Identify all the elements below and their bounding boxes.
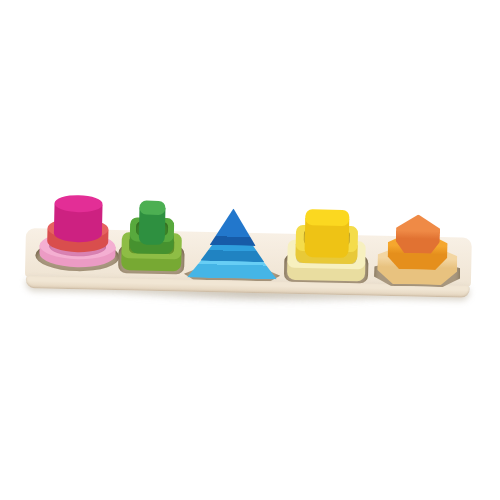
piece-orange-pentagon-small [396, 214, 441, 254]
stack-circle-pink [37, 166, 119, 268]
stack-pentagon-orange [375, 206, 461, 286]
top-face [139, 200, 165, 215]
cell-circle [31, 148, 126, 278]
stack-triangle-blue [185, 205, 281, 279]
product-photo-stage [0, 0, 500, 500]
cell-pentagon [367, 155, 470, 285]
stack-square-green [123, 170, 181, 271]
piece-blue-triangle-small [210, 208, 257, 246]
board-wells-grid [31, 148, 468, 285]
stack-square-yellow [286, 180, 368, 282]
piece-magenta-cylinder-small [54, 195, 103, 243]
cell-triangle [179, 151, 288, 281]
cell-square-yellow [285, 154, 370, 284]
cell-square-green [123, 150, 182, 279]
piece-yellow-block-small [304, 209, 349, 258]
sorting-board [25, 228, 472, 298]
piece-green-block-small [139, 200, 166, 245]
top-face [305, 209, 349, 226]
